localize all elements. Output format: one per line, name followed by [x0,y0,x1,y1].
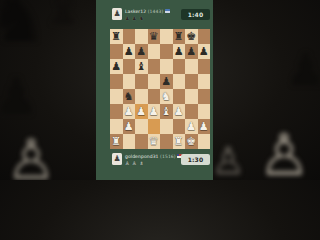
square-f5[interactable] [173,74,186,89]
square-b3[interactable]: ♟ [123,104,136,119]
square-g3[interactable] [185,104,198,119]
square-c1[interactable] [135,134,148,149]
square-b6[interactable] [123,59,136,74]
square-a6[interactable]: ♟ [110,59,123,74]
piece-black-pawn[interactable]: ♟ [124,44,134,59]
piece-black-pawn[interactable]: ♟ [174,44,184,59]
square-b7[interactable]: ♟ [123,44,136,59]
background-piece-icon: ♟ [286,48,320,92]
background-piece-icon: ♙ [211,142,245,180]
square-c7[interactable]: ♟ [135,44,148,59]
square-h4[interactable] [198,89,211,104]
app-column: ♟ Lasker12 (1443) ♟ ♟ ♞ 1:40 ♜♛♜♚♟♟♟♟♟♟♝… [96,0,213,180]
piece-black-pawn[interactable]: ♟ [186,44,196,59]
piece-white-pawn[interactable]: ♟ [124,119,134,134]
square-h3[interactable] [198,104,211,119]
square-d2[interactable] [148,119,161,134]
piece-black-rook[interactable]: ♜ [111,29,121,44]
square-b5[interactable] [123,74,136,89]
piece-black-queen[interactable]: ♛ [149,29,159,44]
piece-white-rook[interactable]: ♜ [174,134,184,149]
piece-black-knight[interactable]: ♞ [124,89,134,104]
piece-white-king[interactable]: ♚ [186,134,196,149]
piece-black-pawn[interactable]: ♟ [111,59,121,74]
square-e5[interactable]: ♟ [160,74,173,89]
piece-white-bishop[interactable]: ♝ [161,104,171,119]
piece-black-pawn[interactable]: ♟ [199,44,209,59]
square-c3[interactable]: ♟ [135,104,148,119]
square-e6[interactable] [160,59,173,74]
piece-white-pawn[interactable]: ♟ [124,104,134,119]
square-b4[interactable]: ♞ [123,89,136,104]
square-d7[interactable] [148,44,161,59]
square-c4[interactable] [135,89,148,104]
bottom-player-avatar[interactable]: ♟ [112,153,122,165]
square-e7[interactable] [160,44,173,59]
square-h2[interactable]: ♟ [198,119,211,134]
square-a4[interactable] [110,89,123,104]
square-g1[interactable]: ♚ [185,134,198,149]
avatar-pawn-icon: ♟ [113,155,120,163]
top-player-name[interactable]: Lasker12 [125,9,146,14]
piece-white-knight[interactable]: ♞ [161,89,171,104]
background-piece-icon: ♝ [40,0,87,32]
top-player-avatar[interactable]: ♟ [112,8,122,20]
piece-white-pawn[interactable]: ♟ [199,119,209,134]
square-a3[interactable] [110,104,123,119]
square-b1[interactable] [123,134,136,149]
chess-board[interactable]: ♜♛♜♚♟♟♟♟♟♟♝♟♞♞♟♟♟♝♟♟♟♟♜♛♜♚ [110,29,210,149]
square-b2[interactable]: ♟ [123,119,136,134]
piece-white-rook[interactable]: ♜ [111,134,121,149]
top-player-clock: 1:40 [181,9,210,20]
square-d5[interactable] [148,74,161,89]
square-d1[interactable]: ♛ [148,134,161,149]
square-a8[interactable]: ♜ [110,29,123,44]
square-f1[interactable]: ♜ [173,134,186,149]
square-g7[interactable]: ♟ [185,44,198,59]
square-h8[interactable] [198,29,211,44]
square-d3[interactable]: ♟ [148,104,161,119]
piece-black-rook[interactable]: ♜ [174,29,184,44]
square-e2[interactable] [160,119,173,134]
square-g5[interactable] [185,74,198,89]
square-e3[interactable]: ♝ [160,104,173,119]
square-h7[interactable]: ♟ [198,44,211,59]
square-c5[interactable] [135,74,148,89]
square-a2[interactable] [110,119,123,134]
background-piece-icon: ♙ [258,126,310,180]
square-h6[interactable] [198,59,211,74]
square-f3[interactable]: ♟ [173,104,186,119]
square-f4[interactable] [173,89,186,104]
square-f8[interactable]: ♜ [173,29,186,44]
bottom-player-captured-pieces: ♙ ♙ ♗ [125,160,144,166]
square-d6[interactable] [148,59,161,74]
top-player-captured-pieces: ♟ ♟ ♞ [125,15,144,21]
square-a7[interactable] [110,44,123,59]
square-g4[interactable] [185,89,198,104]
square-c6[interactable]: ♝ [135,59,148,74]
square-h5[interactable] [198,74,211,89]
bottom-player-rating: (1516) [160,154,176,159]
square-f2[interactable] [173,119,186,134]
piece-white-pawn[interactable]: ♟ [136,104,146,119]
square-g2[interactable]: ♟ [185,119,198,134]
square-e1[interactable] [160,134,173,149]
square-e8[interactable] [160,29,173,44]
square-f6[interactable] [173,59,186,74]
square-h1[interactable] [198,134,211,149]
piece-black-bishop[interactable]: ♝ [136,59,146,74]
piece-black-pawn[interactable]: ♟ [136,44,146,59]
top-player-flag-icon [165,9,170,13]
square-f7[interactable]: ♟ [173,44,186,59]
top-player-rating: (1443) [148,9,164,14]
background-piece-icon: ♙ [6,132,56,180]
square-g8[interactable]: ♚ [185,29,198,44]
avatar-pawn-icon: ♟ [113,10,120,18]
background-piece-icon: ♟ [0,72,39,122]
square-g6[interactable] [185,59,198,74]
square-d4[interactable] [148,89,161,104]
square-c8[interactable] [135,29,148,44]
square-c2[interactable] [135,119,148,134]
piece-white-pawn[interactable]: ♟ [186,119,196,134]
square-d8[interactable]: ♛ [148,29,161,44]
square-a5[interactable] [110,74,123,89]
piece-white-queen[interactable]: ♛ [149,134,159,149]
bottom-player-name[interactable]: goldenpond31 [125,154,159,159]
top-player-bar: ♟ Lasker12 (1443) ♟ ♟ ♞ 1:40 [96,4,213,32]
square-e4[interactable]: ♞ [160,89,173,104]
square-b8[interactable] [123,29,136,44]
bottom-player-bar: ♟ goldenpond31 (1516) ♙ ♙ ♗ 1:30 [96,149,213,177]
piece-black-king[interactable]: ♚ [186,29,196,44]
piece-white-pawn[interactable]: ♟ [174,104,184,119]
bottom-player-clock: 1:30 [181,154,210,165]
square-a1[interactable]: ♜ [110,134,123,149]
piece-white-pawn[interactable]: ♟ [149,104,159,119]
piece-black-pawn[interactable]: ♟ [161,74,171,89]
